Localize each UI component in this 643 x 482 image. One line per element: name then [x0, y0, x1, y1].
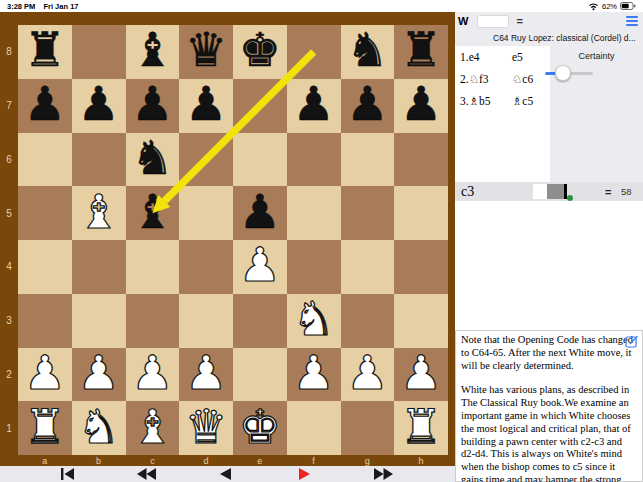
square-d2[interactable]: ♟ — [179, 348, 233, 402]
rank-labels: 87654321 — [0, 25, 18, 455]
square-d3[interactable] — [179, 294, 233, 348]
move-row-3[interactable]: 3.♗b5♗c5 — [455, 90, 550, 112]
piece-black-king[interactable]: ♚ — [239, 26, 281, 73]
piece-black-pawn[interactable]: ♟ — [24, 80, 66, 127]
square-d5[interactable] — [179, 186, 233, 240]
square-e6[interactable] — [233, 133, 287, 187]
skip-to-start-button[interactable] — [28, 466, 107, 482]
file-label-g: g — [341, 455, 395, 466]
square-e8[interactable]: ♚ — [233, 25, 287, 79]
file-label-h: h — [394, 455, 448, 466]
piece-black-pawn[interactable]: ♟ — [131, 80, 173, 127]
file-label-e: e — [233, 455, 287, 466]
move-entry-input[interactable] — [477, 15, 509, 28]
file-label-f: f — [287, 455, 341, 466]
square-h5[interactable] — [394, 186, 448, 240]
square-d8[interactable]: ♛ — [179, 25, 233, 79]
square-b6[interactable] — [72, 133, 126, 187]
piece-white-queen[interactable]: ♛ — [185, 403, 227, 450]
battery-icon — [620, 2, 636, 10]
square-c7[interactable]: ♟ — [126, 79, 180, 133]
notes-paragraph-2: White has various plans, as described in… — [461, 384, 637, 482]
eval-symbol: = — [516, 15, 522, 27]
square-h8[interactable]: ♜ — [394, 25, 448, 79]
rank-label-2: 2 — [0, 348, 18, 402]
square-f6[interactable] — [287, 133, 341, 187]
square-c6[interactable]: ♞ — [126, 133, 180, 187]
square-f2[interactable]: ♟ — [287, 348, 341, 402]
move-white[interactable]: 3.♗b5 — [460, 94, 512, 108]
square-g4[interactable] — [341, 240, 395, 294]
square-g2[interactable]: ♟ — [341, 348, 395, 402]
move-black[interactable]: ♗c5 — [512, 94, 550, 108]
piece-black-pawn[interactable]: ♟ — [346, 80, 388, 127]
square-h2[interactable]: ♟ — [394, 348, 448, 402]
square-b4[interactable] — [72, 240, 126, 294]
square-g8[interactable]: ♞ — [341, 25, 395, 79]
piece-white-pawn[interactable]: ♟ — [400, 349, 442, 396]
step-forward-button[interactable] — [265, 466, 344, 482]
notes-text-area: Note that the Opening Code has changed t… — [455, 330, 643, 482]
square-b5[interactable]: ♝ — [72, 186, 126, 240]
battery-percent: 62% — [602, 2, 617, 11]
status-time-date: 3:28 PM Fri Jan 17 — [7, 2, 84, 11]
square-e2[interactable] — [233, 348, 287, 402]
rank-label-8: 8 — [0, 25, 18, 79]
move-row-2[interactable]: 2.♘f3♘c6 — [455, 68, 550, 90]
piece-black-pawn[interactable]: ♟ — [293, 80, 335, 127]
square-d6[interactable] — [179, 133, 233, 187]
candidate-move[interactable]: c3 — [455, 184, 474, 200]
square-c5[interactable]: ♝ — [126, 186, 180, 240]
piece-black-pawn[interactable]: ♟ — [185, 80, 227, 127]
step-backward-button[interactable] — [186, 466, 265, 482]
square-g1[interactable] — [341, 401, 395, 455]
move-row-1[interactable]: 1.e4e5 — [455, 46, 550, 68]
move-white[interactable]: 1.e4 — [460, 51, 512, 63]
rank-label-5: 5 — [0, 186, 18, 240]
square-g5[interactable] — [341, 186, 395, 240]
square-b1[interactable]: ♞ — [72, 401, 126, 455]
piece-black-queen[interactable]: ♛ — [185, 26, 227, 73]
piece-white-pawn[interactable]: ♟ — [346, 349, 388, 396]
square-d4[interactable] — [179, 240, 233, 294]
chess-board[interactable]: ♜♝♛♚♞♜♟♟♟♟♟♟♟♞♝♝♟♟♞♟♟♟♟♟♟♟♜♞♝♛♚♜ — [18, 25, 448, 455]
opening-name: C64 Ruy Lopez: classical (Cordel) d... — [455, 30, 643, 46]
square-f1[interactable] — [287, 401, 341, 455]
piece-black-bishop[interactable]: ♝ — [131, 26, 173, 73]
file-label-b: b — [72, 455, 126, 466]
square-f8[interactable] — [287, 25, 341, 79]
square-c8[interactable]: ♝ — [126, 25, 180, 79]
square-a6[interactable] — [18, 133, 72, 187]
side-to-move-label: W — [458, 15, 468, 27]
file-label-c: c — [126, 455, 180, 466]
panel-toolbar: W = — [455, 12, 643, 30]
square-e3[interactable] — [233, 294, 287, 348]
square-h4[interactable] — [394, 240, 448, 294]
square-b7[interactable]: ♟ — [72, 79, 126, 133]
square-g6[interactable] — [341, 133, 395, 187]
status-date: Fri Jan 17 — [43, 2, 78, 11]
piece-black-pawn[interactable]: ♟ — [78, 80, 120, 127]
file-label-a: a — [18, 455, 72, 466]
move-white[interactable]: 2.♘f3 — [460, 72, 512, 86]
square-g7[interactable]: ♟ — [341, 79, 395, 133]
square-a3[interactable] — [18, 294, 72, 348]
candidate-move-row[interactable]: c3 = 58 — [455, 182, 643, 201]
square-e7[interactable] — [233, 79, 287, 133]
square-e1[interactable]: ♚ — [233, 401, 287, 455]
square-b8[interactable] — [72, 25, 126, 79]
status-time: 3:28 PM — [7, 2, 35, 11]
piece-black-rook[interactable]: ♜ — [400, 26, 442, 73]
piece-white-pawn[interactable]: ♟ — [131, 349, 173, 396]
piece-black-rook[interactable]: ♜ — [24, 26, 66, 73]
square-f3[interactable]: ♞ — [287, 294, 341, 348]
rank-label-1: 1 — [0, 401, 18, 455]
menu-icon[interactable] — [626, 16, 640, 26]
square-a2[interactable]: ♟ — [18, 348, 72, 402]
piece-white-pawn[interactable]: ♟ — [185, 349, 227, 396]
candidate-score: 58 — [621, 186, 632, 197]
piece-white-bishop[interactable]: ♝ — [78, 188, 120, 235]
rank-label-7: 7 — [0, 79, 18, 133]
certainty-slider-knob[interactable] — [555, 65, 571, 81]
rank-label-3: 3 — [0, 294, 18, 348]
square-a7[interactable]: ♟ — [18, 79, 72, 133]
square-f5[interactable] — [287, 186, 341, 240]
square-d7[interactable]: ♟ — [179, 79, 233, 133]
square-c4[interactable] — [126, 240, 180, 294]
square-b3[interactable] — [72, 294, 126, 348]
square-c3[interactable] — [126, 294, 180, 348]
variation-list-empty — [455, 201, 643, 330]
square-a1[interactable]: ♜ — [18, 401, 72, 455]
file-labels: abcdefgh — [18, 455, 448, 466]
piece-black-bishop[interactable]: ♝ — [131, 188, 173, 235]
move-black[interactable]: e5 — [512, 51, 550, 63]
piece-black-knight[interactable]: ♞ — [346, 26, 388, 73]
square-a4[interactable] — [18, 240, 72, 294]
status-bar: 3:28 PM Fri Jan 17 62% — [0, 0, 643, 12]
square-h1[interactable]: ♜ — [394, 401, 448, 455]
square-f7[interactable]: ♟ — [287, 79, 341, 133]
moves-and-certainty: 1.e4e52.♘f3♘c63.♗b5♗c5 Certainty — [455, 46, 643, 182]
game-nav-bar — [0, 466, 455, 482]
piece-black-pawn[interactable]: ♟ — [400, 80, 442, 127]
candidate-eval: = — [605, 186, 611, 198]
piece-white-pawn[interactable]: ♟ — [239, 241, 281, 288]
square-h7[interactable]: ♟ — [394, 79, 448, 133]
square-c1[interactable]: ♝ — [126, 401, 180, 455]
candidate-stat-bar — [533, 184, 567, 199]
piece-white-pawn[interactable]: ♟ — [293, 349, 335, 396]
wifi-icon — [588, 2, 599, 11]
fast-backward-button[interactable] — [107, 466, 186, 482]
square-g3[interactable] — [341, 294, 395, 348]
rank-label-4: 4 — [0, 240, 18, 294]
square-a5[interactable] — [18, 186, 72, 240]
piece-white-pawn[interactable]: ♟ — [78, 349, 120, 396]
piece-white-knight[interactable]: ♞ — [78, 403, 120, 450]
square-h6[interactable] — [394, 133, 448, 187]
piece-white-rook[interactable]: ♜ — [400, 403, 442, 450]
square-b2[interactable]: ♟ — [72, 348, 126, 402]
fast-forward-button[interactable] — [344, 466, 423, 482]
piece-white-rook[interactable]: ♜ — [24, 403, 66, 450]
edit-icon[interactable] — [625, 334, 639, 348]
rank-label-6: 6 — [0, 133, 18, 187]
analysis-panel: W = C64 Ruy Lopez: classical (Cordel) d.… — [455, 12, 643, 482]
piece-black-pawn[interactable]: ♟ — [239, 188, 281, 235]
piece-white-king[interactable]: ♚ — [239, 403, 281, 450]
notes-paragraph-1: Note that the Opening Code has changed t… — [461, 334, 637, 372]
square-h3[interactable] — [394, 294, 448, 348]
chess-board-frame: 87654321 ♜♝♛♚♞♜♟♟♟♟♟♟♟♞♝♝♟♟♞♟♟♟♟♟♟♟♜♞♝♛♚… — [0, 12, 455, 466]
square-c2[interactable]: ♟ — [126, 348, 180, 402]
square-e5[interactable]: ♟ — [233, 186, 287, 240]
piece-white-pawn[interactable]: ♟ — [24, 349, 66, 396]
piece-white-bishop[interactable]: ♝ — [131, 403, 173, 450]
square-e4[interactable]: ♟ — [233, 240, 287, 294]
piece-black-knight[interactable]: ♞ — [131, 134, 173, 181]
move-list[interactable]: 1.e4e52.♘f3♘c63.♗b5♗c5 — [455, 46, 550, 182]
piece-white-knight[interactable]: ♞ — [293, 295, 335, 342]
file-label-d: d — [179, 455, 233, 466]
certainty-label: Certainty — [550, 51, 643, 61]
square-a8[interactable]: ♜ — [18, 25, 72, 79]
square-f4[interactable] — [287, 240, 341, 294]
square-d1[interactable]: ♛ — [179, 401, 233, 455]
